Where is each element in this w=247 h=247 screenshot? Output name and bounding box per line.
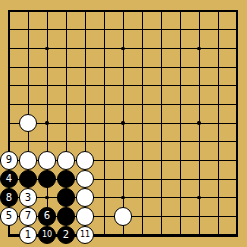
white-stone[interactable] xyxy=(19,114,38,133)
star-point xyxy=(121,121,124,124)
star-point xyxy=(121,196,124,199)
white-stone-numbered[interactable]: 9 xyxy=(0,151,18,170)
black-stone[interactable] xyxy=(38,170,57,189)
white-stone-numbered[interactable]: 7 xyxy=(19,207,38,226)
grid-line-horizontal xyxy=(8,141,238,142)
star-point xyxy=(197,47,200,50)
star-point xyxy=(121,47,124,50)
grid-line-vertical xyxy=(161,10,162,237)
white-stone-numbered[interactable]: 3 xyxy=(19,188,38,207)
white-stone[interactable] xyxy=(19,151,38,170)
white-stone[interactable] xyxy=(76,151,95,170)
white-stone[interactable] xyxy=(57,151,76,170)
black-stone-numbered[interactable]: 2 xyxy=(57,226,76,245)
go-board[interactable]: 9483576110211 xyxy=(0,0,247,247)
white-stone[interactable] xyxy=(76,170,95,189)
star-point xyxy=(45,121,48,124)
black-stone-numbered[interactable]: 8 xyxy=(0,188,18,207)
black-stone[interactable] xyxy=(57,207,76,226)
white-stone-numbered[interactable]: 5 xyxy=(0,207,18,226)
star-point xyxy=(197,121,200,124)
grid-line-vertical xyxy=(180,10,181,237)
star-point xyxy=(45,196,48,199)
white-stone[interactable] xyxy=(76,207,95,226)
white-stone[interactable] xyxy=(38,151,57,170)
white-stone[interactable] xyxy=(76,188,95,207)
white-stone[interactable] xyxy=(114,207,133,226)
grid-line-vertical xyxy=(218,10,219,237)
star-point xyxy=(197,196,200,199)
black-stone[interactable] xyxy=(57,188,76,207)
go-diagram: 9483576110211 xyxy=(0,0,247,247)
black-stone[interactable] xyxy=(19,170,38,189)
black-stone[interactable] xyxy=(57,170,76,189)
black-stone-numbered[interactable]: 6 xyxy=(38,207,57,226)
white-stone-numbered[interactable]: 1 xyxy=(19,226,38,245)
black-stone-numbered[interactable]: 10 xyxy=(38,226,57,245)
black-stone-numbered[interactable]: 4 xyxy=(0,170,18,189)
star-point xyxy=(45,47,48,50)
grid-line-vertical xyxy=(142,10,143,237)
white-stone-numbered[interactable]: 11 xyxy=(76,226,95,245)
grid-line-vertical xyxy=(236,10,238,237)
